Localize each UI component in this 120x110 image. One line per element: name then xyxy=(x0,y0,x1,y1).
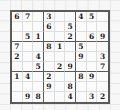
cell-r4c3-empty[interactable] xyxy=(33,42,44,52)
cell-r1c1-given-6[interactable]: 6 xyxy=(12,12,23,22)
cell-r7c8-given-9[interactable]: 9 xyxy=(87,72,98,82)
cell-r6c2-empty[interactable] xyxy=(23,62,34,72)
cell-r9c6-given-4[interactable]: 4 xyxy=(65,92,76,102)
cell-r8c7-empty[interactable] xyxy=(76,82,87,92)
cell-r7c6-empty[interactable] xyxy=(65,72,76,82)
cell-r3c7-empty[interactable] xyxy=(76,32,87,42)
cell-r9c5-empty[interactable] xyxy=(55,92,66,102)
cell-r8c4-given-9[interactable]: 9 xyxy=(44,82,55,92)
cell-r6c6-given-9[interactable]: 9 xyxy=(65,62,76,72)
cell-r7c2-given-4[interactable]: 4 xyxy=(23,72,34,82)
cell-r1c7-given-4[interactable]: 4 xyxy=(76,12,87,22)
cell-r1c9-empty[interactable] xyxy=(97,12,108,22)
cell-r5c1-given-2[interactable]: 2 xyxy=(12,52,23,62)
cell-r9c8-given-3[interactable]: 3 xyxy=(87,92,98,102)
cell-r2c4-given-6[interactable]: 6 xyxy=(44,22,55,32)
cell-r6c4-empty[interactable] xyxy=(44,62,55,72)
cell-r8c2-empty[interactable] xyxy=(23,82,34,92)
cell-r4c5-given-1[interactable]: 1 xyxy=(55,42,66,52)
cell-r9c3-given-8[interactable]: 8 xyxy=(33,92,44,102)
cell-r2c6-given-5[interactable]: 5 xyxy=(65,22,76,32)
cell-r7c4-given-2[interactable]: 2 xyxy=(44,72,55,82)
cell-r6c7-empty[interactable] xyxy=(76,62,87,72)
cell-r2c1-empty[interactable] xyxy=(12,22,23,32)
cell-r6c3-given-5[interactable]: 5 xyxy=(33,62,44,72)
cell-r8c5-empty[interactable] xyxy=(55,82,66,92)
sudoku-board: 673456551269781524935297142899898432 xyxy=(10,10,110,104)
cell-r5c7-given-9[interactable]: 9 xyxy=(76,52,87,62)
cell-r1c5-empty[interactable] xyxy=(55,12,66,22)
cell-r4c6-empty[interactable] xyxy=(65,42,76,52)
cell-r9c9-given-2[interactable]: 2 xyxy=(97,92,108,102)
cell-r9c1-empty[interactable] xyxy=(12,92,23,102)
cell-r2c9-empty[interactable] xyxy=(97,22,108,32)
cell-r4c1-given-7[interactable]: 7 xyxy=(12,42,23,52)
cell-r1c8-given-5[interactable]: 5 xyxy=(87,12,98,22)
cell-r5c3-given-4[interactable]: 4 xyxy=(33,52,44,62)
cell-r6c9-given-7[interactable]: 7 xyxy=(97,62,108,72)
cell-r3c4-empty[interactable] xyxy=(44,32,55,42)
cell-r1c3-empty[interactable] xyxy=(33,12,44,22)
cell-r3c5-empty[interactable] xyxy=(55,32,66,42)
cell-r5c6-empty[interactable] xyxy=(65,52,76,62)
cell-r7c1-given-1[interactable]: 1 xyxy=(12,72,23,82)
cell-r1c4-given-3[interactable]: 3 xyxy=(44,12,55,22)
cell-r5c4-empty[interactable] xyxy=(44,52,55,62)
cell-r3c1-empty[interactable] xyxy=(12,32,23,42)
cell-r5c5-empty[interactable] xyxy=(55,52,66,62)
cell-r8c8-empty[interactable] xyxy=(87,82,98,92)
cell-r4c7-given-5[interactable]: 5 xyxy=(76,42,87,52)
sudoku-screenshot: 673456551269781524935297142899898432 xyxy=(0,0,120,110)
cell-r7c7-given-8[interactable]: 8 xyxy=(76,72,87,82)
cell-r2c2-empty[interactable] xyxy=(23,22,34,32)
cell-r3c3-given-1[interactable]: 1 xyxy=(33,32,44,42)
cell-r9c7-empty[interactable] xyxy=(76,92,87,102)
cell-r7c3-empty[interactable] xyxy=(33,72,44,82)
cell-r4c9-empty[interactable] xyxy=(97,42,108,52)
cell-r3c6-given-2[interactable]: 2 xyxy=(65,32,76,42)
cell-r6c5-given-2[interactable]: 2 xyxy=(55,62,66,72)
cell-r7c9-empty[interactable] xyxy=(97,72,108,82)
cell-r3c8-given-6[interactable]: 6 xyxy=(87,32,98,42)
cell-r5c2-empty[interactable] xyxy=(23,52,34,62)
cell-r9c2-given-9[interactable]: 9 xyxy=(23,92,34,102)
cell-r2c3-empty[interactable] xyxy=(33,22,44,32)
cell-r2c8-empty[interactable] xyxy=(87,22,98,32)
cell-r8c3-empty[interactable] xyxy=(33,82,44,92)
cell-r1c6-empty[interactable] xyxy=(65,12,76,22)
cell-r9c4-empty[interactable] xyxy=(44,92,55,102)
cell-r3c9-given-9[interactable]: 9 xyxy=(97,32,108,42)
cell-r2c7-empty[interactable] xyxy=(76,22,87,32)
cell-r6c8-empty[interactable] xyxy=(87,62,98,72)
cell-r4c8-empty[interactable] xyxy=(87,42,98,52)
cell-r8c9-empty[interactable] xyxy=(97,82,108,92)
cell-r5c9-given-3[interactable]: 3 xyxy=(97,52,108,62)
cell-r7c5-empty[interactable] xyxy=(55,72,66,82)
cell-r4c4-given-8[interactable]: 8 xyxy=(44,42,55,52)
cell-r2c5-empty[interactable] xyxy=(55,22,66,32)
cell-r5c8-empty[interactable] xyxy=(87,52,98,62)
cell-r4c2-empty[interactable] xyxy=(23,42,34,52)
cell-r1c2-given-7[interactable]: 7 xyxy=(23,12,34,22)
cell-r8c6-given-8[interactable]: 8 xyxy=(65,82,76,92)
cell-r3c2-given-5[interactable]: 5 xyxy=(23,32,34,42)
cell-r6c1-empty[interactable] xyxy=(12,62,23,72)
cell-r8c1-empty[interactable] xyxy=(12,82,23,92)
